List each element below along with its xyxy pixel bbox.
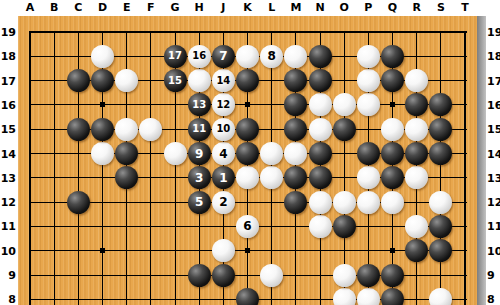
col-label-F: F [147, 1, 155, 14]
stone-black-K17[interactable] [236, 69, 259, 92]
col-label-O: O [340, 1, 349, 14]
stone-black-D17[interactable] [91, 69, 114, 92]
stone-black-J9[interactable] [212, 264, 235, 287]
stone-black-P14[interactable] [357, 142, 380, 165]
stone-white-S12[interactable] [429, 191, 452, 214]
stone-black-K8[interactable] [236, 288, 259, 305]
stone-black-J13[interactable]: 1 [212, 166, 235, 189]
row-label-left-19: 19 [0, 26, 16, 39]
col-label-S: S [437, 1, 445, 14]
stone-white-J12[interactable]: 2 [212, 191, 235, 214]
stone-white-H17[interactable] [188, 69, 211, 92]
stone-white-P12[interactable] [357, 191, 380, 214]
move-number-9: 9 [195, 148, 203, 160]
move-number-8: 8 [268, 50, 276, 62]
stone-white-N12[interactable] [309, 191, 332, 214]
move-number-14: 14 [216, 76, 230, 86]
row-label-right-13: 13 [487, 171, 500, 184]
stone-black-Q8[interactable] [381, 288, 404, 305]
stone-white-J15[interactable]: 10 [212, 118, 235, 141]
stone-white-P18[interactable] [357, 45, 380, 68]
row-label-right-19: 19 [487, 26, 500, 39]
stone-white-P8[interactable] [357, 288, 380, 305]
row-label-right-18: 18 [487, 50, 500, 63]
star-point-D16 [100, 102, 105, 107]
col-label-E: E [123, 1, 131, 14]
stone-white-H18[interactable]: 16 [188, 45, 211, 68]
stone-white-K18[interactable] [236, 45, 259, 68]
row-label-left-13: 13 [0, 171, 16, 184]
stone-black-M12[interactable] [284, 191, 307, 214]
stone-black-O15[interactable] [333, 118, 356, 141]
move-number-11: 11 [192, 124, 206, 134]
grid-line-row-19 [29, 31, 467, 33]
stone-white-K11[interactable]: 6 [236, 215, 259, 238]
col-label-T: T [461, 1, 469, 14]
stone-black-G18[interactable]: 17 [164, 45, 187, 68]
stone-white-N11[interactable] [309, 215, 332, 238]
col-label-M: M [290, 1, 301, 14]
row-label-left-11: 11 [0, 220, 16, 233]
row-label-right-15: 15 [487, 123, 500, 136]
stone-black-P9[interactable] [357, 264, 380, 287]
row-label-left-8: 8 [0, 293, 16, 305]
stone-black-H13[interactable]: 3 [188, 166, 211, 189]
go-game-view: 6523194111013121514171678ABCDEFGHJKLMNOP… [0, 0, 500, 305]
stone-white-R15[interactable] [405, 118, 428, 141]
move-number-4: 4 [219, 148, 227, 160]
stone-white-Q15[interactable] [381, 118, 404, 141]
row-label-left-16: 16 [0, 98, 16, 111]
stone-white-J14[interactable]: 4 [212, 142, 235, 165]
stone-black-N14[interactable] [309, 142, 332, 165]
row-label-right-10: 10 [487, 244, 500, 257]
col-label-D: D [98, 1, 107, 14]
row-label-left-12: 12 [0, 196, 16, 209]
stone-black-O11[interactable] [333, 215, 356, 238]
stone-black-K14[interactable] [236, 142, 259, 165]
row-label-left-10: 10 [0, 244, 16, 257]
board-right-edge [477, 16, 486, 305]
stone-black-C15[interactable] [67, 118, 90, 141]
star-point-Q10 [390, 248, 395, 253]
stone-white-D18[interactable] [91, 45, 114, 68]
star-point-Q16 [390, 102, 395, 107]
grid-line-col-T [464, 31, 466, 305]
move-number-3: 3 [195, 172, 203, 184]
move-number-12: 12 [216, 100, 230, 110]
stone-black-D15[interactable] [91, 118, 114, 141]
stone-white-J17[interactable]: 14 [212, 69, 235, 92]
stone-white-J10[interactable] [212, 239, 235, 262]
stone-black-Q17[interactable] [381, 69, 404, 92]
stone-black-J18[interactable]: 7 [212, 45, 235, 68]
col-label-H: H [195, 1, 204, 14]
col-label-Q: Q [388, 1, 397, 14]
stone-black-H14[interactable]: 9 [188, 142, 211, 165]
row-label-left-15: 15 [0, 123, 16, 136]
stone-white-O16[interactable] [333, 93, 356, 116]
stone-black-S15[interactable] [429, 118, 452, 141]
row-label-right-11: 11 [487, 220, 500, 233]
move-number-5: 5 [195, 196, 203, 208]
move-number-1: 1 [219, 172, 227, 184]
stone-black-Q14[interactable] [381, 142, 404, 165]
stone-white-N16[interactable] [309, 93, 332, 116]
row-label-right-17: 17 [487, 74, 500, 87]
stone-white-N15[interactable] [309, 118, 332, 141]
col-label-N: N [315, 1, 324, 14]
grid-line-col-A [29, 31, 31, 305]
grid-line-col-F [150, 31, 151, 305]
row-label-left-9: 9 [0, 269, 16, 282]
stone-black-H15[interactable]: 11 [188, 118, 211, 141]
stone-white-Q12[interactable] [381, 191, 404, 214]
move-number-2: 2 [219, 196, 227, 208]
move-number-10: 10 [216, 124, 230, 134]
row-label-left-17: 17 [0, 74, 16, 87]
stone-white-O8[interactable] [333, 288, 356, 305]
stone-black-N18[interactable] [309, 45, 332, 68]
move-number-15: 15 [168, 76, 182, 86]
col-label-B: B [50, 1, 58, 14]
stone-black-Q9[interactable] [381, 264, 404, 287]
stone-white-G14[interactable] [164, 142, 187, 165]
grid-line-col-S [440, 31, 441, 305]
move-number-17: 17 [168, 51, 182, 61]
row-label-right-9: 9 [487, 269, 495, 282]
col-label-R: R [412, 1, 420, 14]
stone-white-O12[interactable] [333, 191, 356, 214]
col-label-J: J [221, 1, 225, 14]
star-point-D10 [100, 248, 105, 253]
stone-black-H12[interactable]: 5 [188, 191, 211, 214]
star-point-K10 [245, 248, 250, 253]
stone-black-Q18[interactable] [381, 45, 404, 68]
row-label-left-18: 18 [0, 50, 16, 63]
stone-black-K15[interactable] [236, 118, 259, 141]
move-number-13: 13 [192, 100, 206, 110]
stone-black-G17[interactable]: 15 [164, 69, 187, 92]
stone-white-L9[interactable] [260, 264, 283, 287]
stone-black-M15[interactable] [284, 118, 307, 141]
row-label-right-12: 12 [487, 196, 500, 209]
stone-white-D14[interactable] [91, 142, 114, 165]
row-label-right-14: 14 [487, 147, 500, 160]
col-label-C: C [74, 1, 82, 14]
stone-white-E15[interactable] [115, 118, 138, 141]
stone-black-N17[interactable] [309, 69, 332, 92]
stone-white-O9[interactable] [333, 264, 356, 287]
stone-white-P17[interactable] [357, 69, 380, 92]
move-number-7: 7 [219, 50, 227, 62]
row-label-left-14: 14 [0, 147, 16, 160]
col-label-G: G [171, 1, 180, 14]
stone-black-C17[interactable] [67, 69, 90, 92]
stone-white-F15[interactable] [139, 118, 162, 141]
star-point-K16 [245, 102, 250, 107]
move-number-16: 16 [192, 51, 206, 61]
col-label-P: P [364, 1, 372, 14]
stone-white-L18[interactable]: 8 [260, 45, 283, 68]
stone-white-R11[interactable] [405, 215, 428, 238]
row-label-right-8: 8 [487, 293, 495, 305]
row-label-right-16: 16 [487, 98, 500, 111]
stone-black-C12[interactable] [67, 191, 90, 214]
col-label-A: A [26, 1, 35, 14]
move-number-6: 6 [243, 220, 251, 232]
grid-line-col-B [54, 31, 55, 305]
stone-black-N13[interactable] [309, 166, 332, 189]
stone-black-H16[interactable]: 13 [188, 93, 211, 116]
stone-black-H9[interactable] [188, 264, 211, 287]
stone-white-M18[interactable] [284, 45, 307, 68]
col-label-L: L [268, 1, 275, 14]
col-label-K: K [243, 1, 252, 14]
